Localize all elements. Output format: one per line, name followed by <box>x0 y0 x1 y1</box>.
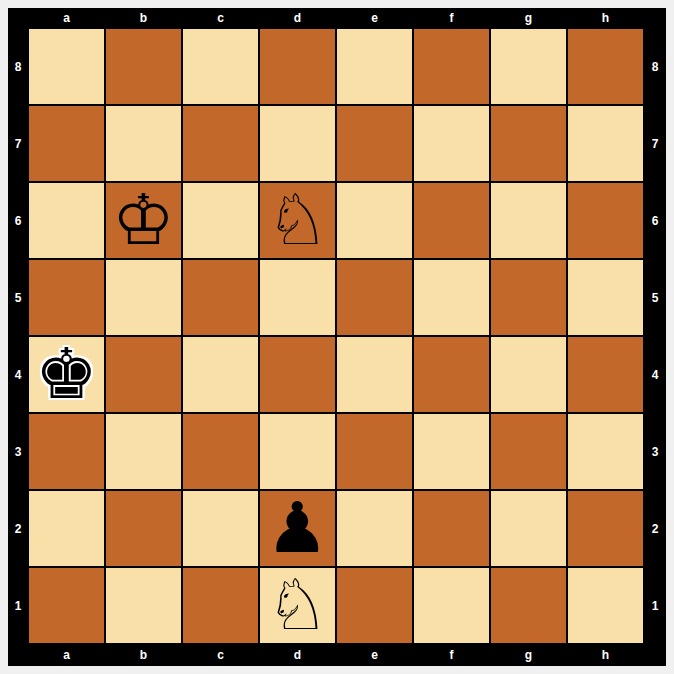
square-h5[interactable] <box>567 259 644 336</box>
square-a2[interactable] <box>28 490 105 567</box>
square-f6[interactable] <box>413 182 490 259</box>
square-c1[interactable] <box>182 567 259 644</box>
square-c7[interactable] <box>182 105 259 182</box>
square-g2[interactable] <box>490 490 567 567</box>
file-label-c: c <box>182 8 259 28</box>
square-b6[interactable]: ♔ <box>105 182 182 259</box>
file-label-b: b <box>105 8 182 28</box>
square-b4[interactable] <box>105 336 182 413</box>
piece-white-knight[interactable]: ♘ <box>266 567 329 644</box>
file-label-h: h <box>567 644 644 666</box>
file-label-d: d <box>259 644 336 666</box>
file-label-f: f <box>413 8 490 28</box>
file-label-g: g <box>490 8 567 28</box>
square-d5[interactable] <box>259 259 336 336</box>
file-label-h: h <box>567 8 644 28</box>
square-b2[interactable] <box>105 490 182 567</box>
piece-white-king[interactable]: ♔ <box>112 182 175 259</box>
square-f1[interactable] <box>413 567 490 644</box>
file-label-b: b <box>105 644 182 666</box>
rank-labels-right: 87654321 <box>644 28 666 644</box>
square-f7[interactable] <box>413 105 490 182</box>
square-e6[interactable] <box>336 182 413 259</box>
square-f4[interactable] <box>413 336 490 413</box>
file-label-f: f <box>413 644 490 666</box>
square-c6[interactable] <box>182 182 259 259</box>
square-b1[interactable] <box>105 567 182 644</box>
file-label-a: a <box>28 644 105 666</box>
square-e4[interactable] <box>336 336 413 413</box>
square-g6[interactable] <box>490 182 567 259</box>
square-f5[interactable] <box>413 259 490 336</box>
square-a4[interactable]: ♚ <box>28 336 105 413</box>
rank-label-8: 8 <box>8 28 28 105</box>
square-b8[interactable] <box>105 28 182 105</box>
square-a5[interactable] <box>28 259 105 336</box>
file-label-e: e <box>336 644 413 666</box>
file-labels-bottom: abcdefgh <box>28 644 644 666</box>
square-d2[interactable]: ♟ <box>259 490 336 567</box>
file-label-a: a <box>28 8 105 28</box>
square-c2[interactable] <box>182 490 259 567</box>
square-d3[interactable] <box>259 413 336 490</box>
square-g8[interactable] <box>490 28 567 105</box>
file-label-e: e <box>336 8 413 28</box>
square-a3[interactable] <box>28 413 105 490</box>
rank-label-3: 3 <box>8 413 28 490</box>
rank-label-7: 7 <box>8 105 28 182</box>
rank-label-2: 2 <box>8 490 28 567</box>
page-background: abcdefgh abcdefgh 87654321 87654321 ♔♘♚♟… <box>0 0 674 674</box>
board-frame: abcdefgh abcdefgh 87654321 87654321 ♔♘♚♟… <box>8 8 666 666</box>
square-d1[interactable]: ♘ <box>259 567 336 644</box>
piece-white-knight[interactable]: ♘ <box>266 182 329 259</box>
square-c8[interactable] <box>182 28 259 105</box>
rank-label-3: 3 <box>644 413 666 490</box>
square-g5[interactable] <box>490 259 567 336</box>
piece-black-pawn[interactable]: ♟ <box>266 490 329 567</box>
square-h3[interactable] <box>567 413 644 490</box>
rank-label-1: 1 <box>8 567 28 644</box>
square-c5[interactable] <box>182 259 259 336</box>
square-f8[interactable] <box>413 28 490 105</box>
square-h6[interactable] <box>567 182 644 259</box>
square-b5[interactable] <box>105 259 182 336</box>
square-h1[interactable] <box>567 567 644 644</box>
square-e2[interactable] <box>336 490 413 567</box>
rank-label-6: 6 <box>8 182 28 259</box>
rank-label-2: 2 <box>644 490 666 567</box>
square-c4[interactable] <box>182 336 259 413</box>
square-b7[interactable] <box>105 105 182 182</box>
chess-board: ♔♘♚♟♘ <box>28 28 644 644</box>
square-d7[interactable] <box>259 105 336 182</box>
rank-label-4: 4 <box>8 336 28 413</box>
square-h7[interactable] <box>567 105 644 182</box>
square-g4[interactable] <box>490 336 567 413</box>
square-e3[interactable] <box>336 413 413 490</box>
square-e1[interactable] <box>336 567 413 644</box>
square-a8[interactable] <box>28 28 105 105</box>
square-h2[interactable] <box>567 490 644 567</box>
rank-label-7: 7 <box>644 105 666 182</box>
square-d6[interactable]: ♘ <box>259 182 336 259</box>
square-c3[interactable] <box>182 413 259 490</box>
file-label-c: c <box>182 644 259 666</box>
rank-label-4: 4 <box>644 336 666 413</box>
square-g3[interactable] <box>490 413 567 490</box>
square-f2[interactable] <box>413 490 490 567</box>
square-e5[interactable] <box>336 259 413 336</box>
file-labels-top: abcdefgh <box>28 8 644 28</box>
square-d8[interactable] <box>259 28 336 105</box>
square-h4[interactable] <box>567 336 644 413</box>
file-label-g: g <box>490 644 567 666</box>
square-d4[interactable] <box>259 336 336 413</box>
square-b3[interactable] <box>105 413 182 490</box>
square-f3[interactable] <box>413 413 490 490</box>
rank-labels-left: 87654321 <box>8 28 28 644</box>
square-h8[interactable] <box>567 28 644 105</box>
file-label-d: d <box>259 8 336 28</box>
square-e7[interactable] <box>336 105 413 182</box>
square-a6[interactable] <box>28 182 105 259</box>
rank-label-1: 1 <box>644 567 666 644</box>
square-a7[interactable] <box>28 105 105 182</box>
square-g1[interactable] <box>490 567 567 644</box>
rank-label-5: 5 <box>644 259 666 336</box>
square-a1[interactable] <box>28 567 105 644</box>
square-g7[interactable] <box>490 105 567 182</box>
rank-label-6: 6 <box>644 182 666 259</box>
square-e8[interactable] <box>336 28 413 105</box>
rank-label-5: 5 <box>8 259 28 336</box>
piece-black-king[interactable]: ♚ <box>35 336 98 413</box>
rank-label-8: 8 <box>644 28 666 105</box>
